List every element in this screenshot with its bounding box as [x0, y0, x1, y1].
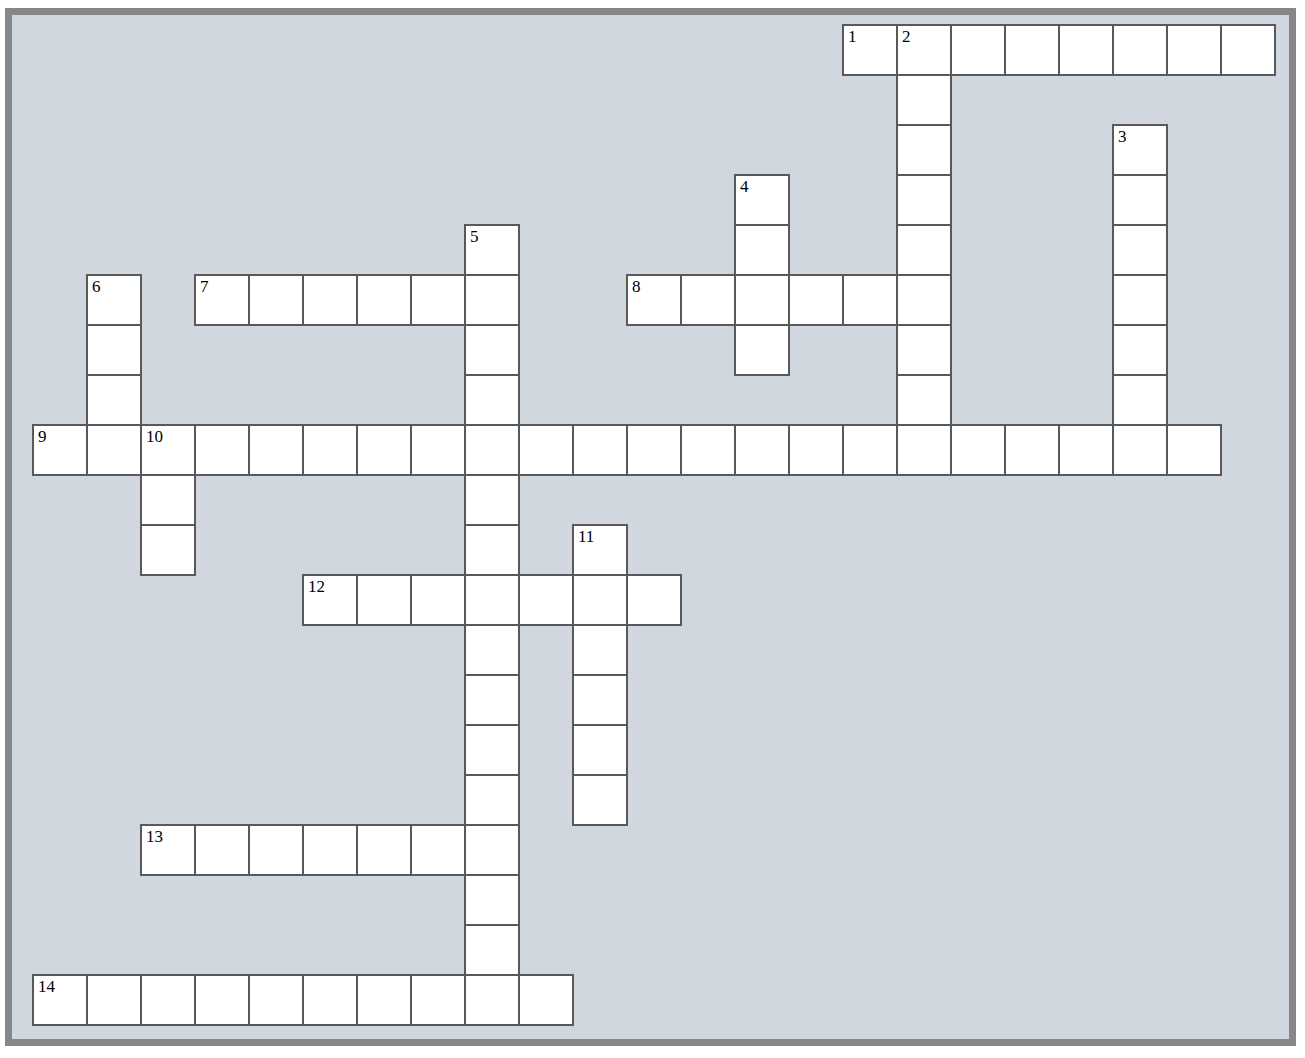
grid-cell-r1c16[interactable] — [896, 74, 952, 126]
grid-cell-r5c8[interactable] — [464, 274, 520, 326]
clue-number-4: 4 — [740, 177, 749, 197]
grid-cell-r3c16[interactable] — [896, 174, 952, 226]
grid-cell-r10c10[interactable]: 11 — [572, 524, 628, 576]
grid-cell-r4c13[interactable] — [734, 224, 790, 276]
grid-cell-r13c8[interactable] — [464, 674, 520, 726]
grid-cell-r5c11[interactable]: 8 — [626, 274, 682, 326]
grid-cell-r19c5[interactable] — [302, 974, 358, 1026]
grid-cell-r12c8[interactable] — [464, 624, 520, 676]
grid-cell-r5c12[interactable] — [680, 274, 736, 326]
grid-cell-r8c18[interactable] — [1004, 424, 1060, 476]
grid-cell-r6c13[interactable] — [734, 324, 790, 376]
grid-cell-r16c7[interactable] — [410, 824, 466, 876]
grid-cell-r4c20[interactable] — [1112, 224, 1168, 276]
grid-cell-r6c20[interactable] — [1112, 324, 1168, 376]
grid-cell-r0c17[interactable] — [950, 24, 1006, 76]
grid-cell-r5c13[interactable] — [734, 274, 790, 326]
grid-cell-r16c4[interactable] — [248, 824, 304, 876]
puzzle-background-frame: 1234567891011121314 — [5, 8, 1296, 1046]
grid-cell-r8c6[interactable] — [356, 424, 412, 476]
clue-number-11: 11 — [578, 527, 594, 547]
grid-cell-r8c9[interactable] — [518, 424, 574, 476]
grid-cell-r14c8[interactable] — [464, 724, 520, 776]
clue-number-10: 10 — [146, 427, 163, 447]
grid-cell-r5c14[interactable] — [788, 274, 844, 326]
grid-cell-r8c19[interactable] — [1058, 424, 1114, 476]
grid-cell-r8c16[interactable] — [896, 424, 952, 476]
grid-cell-r6c1[interactable] — [86, 324, 142, 376]
grid-cell-r9c8[interactable] — [464, 474, 520, 526]
grid-cell-r11c11[interactable] — [626, 574, 682, 626]
grid-cell-r8c8[interactable] — [464, 424, 520, 476]
grid-cell-r19c4[interactable] — [248, 974, 304, 1026]
grid-cell-r19c1[interactable] — [86, 974, 142, 1026]
grid-cell-r0c19[interactable] — [1058, 24, 1114, 76]
grid-cell-r11c7[interactable] — [410, 574, 466, 626]
grid-cell-r5c3[interactable]: 7 — [194, 274, 250, 326]
clue-number-2: 2 — [902, 27, 911, 47]
grid-cell-r0c21[interactable] — [1166, 24, 1222, 76]
grid-cell-r8c0[interactable]: 9 — [32, 424, 88, 476]
grid-cell-r8c4[interactable] — [248, 424, 304, 476]
grid-cell-r19c3[interactable] — [194, 974, 250, 1026]
clue-number-1: 1 — [848, 27, 857, 47]
grid-cell-r6c8[interactable] — [464, 324, 520, 376]
grid-cell-r6c16[interactable] — [896, 324, 952, 376]
grid-cell-r0c16[interactable]: 2 — [896, 24, 952, 76]
grid-cell-r8c7[interactable] — [410, 424, 466, 476]
grid-cell-r7c16[interactable] — [896, 374, 952, 426]
clue-number-13: 13 — [146, 827, 163, 847]
grid-cell-r19c6[interactable] — [356, 974, 412, 1026]
grid-cell-r5c16[interactable] — [896, 274, 952, 326]
grid-cell-r4c8[interactable]: 5 — [464, 224, 520, 276]
grid-cell-r11c8[interactable] — [464, 574, 520, 626]
clue-number-14: 14 — [38, 977, 55, 997]
grid-cell-r8c1[interactable] — [86, 424, 142, 476]
grid-cell-r11c10[interactable] — [572, 574, 628, 626]
grid-cell-r7c20[interactable] — [1112, 374, 1168, 426]
grid-cell-r8c10[interactable] — [572, 424, 628, 476]
clue-number-9: 9 — [38, 427, 47, 447]
grid-cell-r7c1[interactable] — [86, 374, 142, 426]
grid-cell-r2c20[interactable]: 3 — [1112, 124, 1168, 176]
grid-cell-r5c6[interactable] — [356, 274, 412, 326]
grid-cell-r9c2[interactable] — [140, 474, 196, 526]
grid-cell-r16c2[interactable]: 13 — [140, 824, 196, 876]
grid-cell-r5c15[interactable] — [842, 274, 898, 326]
grid-cell-r16c6[interactable] — [356, 824, 412, 876]
grid-cell-r0c18[interactable] — [1004, 24, 1060, 76]
grid-cell-r8c12[interactable] — [680, 424, 736, 476]
clue-number-5: 5 — [470, 227, 479, 247]
grid-cell-r8c11[interactable] — [626, 424, 682, 476]
grid-cell-r14c10[interactable] — [572, 724, 628, 776]
grid-cell-r8c17[interactable] — [950, 424, 1006, 476]
grid-cell-r2c16[interactable] — [896, 124, 952, 176]
grid-cell-r8c13[interactable] — [734, 424, 790, 476]
grid-cell-r16c8[interactable] — [464, 824, 520, 876]
grid-cell-r5c5[interactable] — [302, 274, 358, 326]
grid-cell-r15c10[interactable] — [572, 774, 628, 826]
grid-cell-r0c22[interactable] — [1220, 24, 1276, 76]
grid-cell-r10c8[interactable] — [464, 524, 520, 576]
grid-cell-r15c8[interactable] — [464, 774, 520, 826]
grid-cell-r18c8[interactable] — [464, 924, 520, 976]
grid-cell-r5c20[interactable] — [1112, 274, 1168, 326]
grid-cell-r11c9[interactable] — [518, 574, 574, 626]
grid-cell-r8c20[interactable] — [1112, 424, 1168, 476]
clue-number-3: 3 — [1118, 127, 1127, 147]
grid-cell-r19c0[interactable]: 14 — [32, 974, 88, 1026]
grid-cell-r3c13[interactable]: 4 — [734, 174, 790, 226]
grid-cell-r4c16[interactable] — [896, 224, 952, 276]
grid-cell-r8c2[interactable]: 10 — [140, 424, 196, 476]
grid-cell-r7c8[interactable] — [464, 374, 520, 426]
grid-cell-r11c5[interactable]: 12 — [302, 574, 358, 626]
grid-cell-r0c15[interactable]: 1 — [842, 24, 898, 76]
grid-cell-r19c8[interactable] — [464, 974, 520, 1026]
grid-cell-r3c20[interactable] — [1112, 174, 1168, 226]
clue-number-7: 7 — [200, 277, 209, 297]
grid-cell-r17c8[interactable] — [464, 874, 520, 926]
grid-cell-r10c2[interactable] — [140, 524, 196, 576]
grid-cell-r12c10[interactable] — [572, 624, 628, 676]
clue-number-6: 6 — [92, 277, 101, 297]
grid-cell-r8c15[interactable] — [842, 424, 898, 476]
grid-cell-r8c5[interactable] — [302, 424, 358, 476]
grid-cell-r16c5[interactable] — [302, 824, 358, 876]
crossword-board: 1234567891011121314 — [32, 24, 1276, 1026]
clue-number-8: 8 — [632, 277, 641, 297]
grid-cell-r16c3[interactable] — [194, 824, 250, 876]
clue-number-12: 12 — [308, 577, 325, 597]
grid-cell-r11c6[interactable] — [356, 574, 412, 626]
grid-cell-r0c20[interactable] — [1112, 24, 1168, 76]
grid-cell-r8c14[interactable] — [788, 424, 844, 476]
grid-cell-r8c3[interactable] — [194, 424, 250, 476]
grid-cell-r5c4[interactable] — [248, 274, 304, 326]
grid-cell-r5c1[interactable]: 6 — [86, 274, 142, 326]
grid-cell-r5c7[interactable] — [410, 274, 466, 326]
grid-cell-r19c7[interactable] — [410, 974, 466, 1026]
grid-cell-r19c2[interactable] — [140, 974, 196, 1026]
grid-cell-r19c9[interactable] — [518, 974, 574, 1026]
grid-cell-r13c10[interactable] — [572, 674, 628, 726]
grid-cell-r8c21[interactable] — [1166, 424, 1222, 476]
